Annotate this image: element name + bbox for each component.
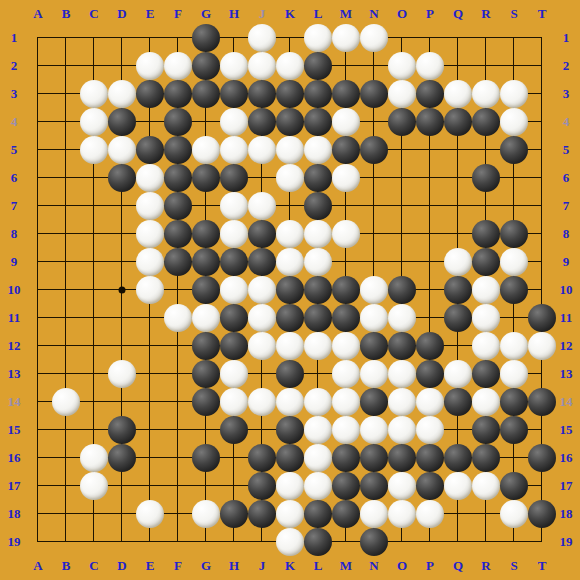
intersection-B12[interactable] <box>52 332 80 360</box>
intersection-G7[interactable] <box>192 192 220 220</box>
intersection-P13[interactable]: ● <box>416 360 444 388</box>
intersection-P3[interactable]: ● <box>416 80 444 108</box>
coordinate-label-left-8[interactable]: 8 <box>2 220 26 248</box>
intersection-A4[interactable] <box>24 108 52 136</box>
intersection-P1[interactable] <box>416 24 444 52</box>
intersection-C18[interactable] <box>80 500 108 528</box>
intersection-A19[interactable] <box>24 528 52 556</box>
intersection-L10[interactable]: ● <box>304 276 332 304</box>
intersection-F8[interactable]: ● <box>164 220 192 248</box>
intersection-O11[interactable]: ○ <box>388 304 416 332</box>
intersection-Q17[interactable]: ○ <box>444 472 472 500</box>
intersection-P11[interactable] <box>416 304 444 332</box>
intersection-D8[interactable] <box>108 220 136 248</box>
intersection-Q10[interactable]: ● <box>444 276 472 304</box>
intersection-N6[interactable] <box>360 164 388 192</box>
intersection-E12[interactable] <box>136 332 164 360</box>
intersection-J18[interactable]: ● <box>248 500 276 528</box>
intersection-P7[interactable] <box>416 192 444 220</box>
intersection-N10[interactable]: ○ <box>360 276 388 304</box>
coordinate-label-left-9[interactable]: 9 <box>2 248 26 276</box>
intersection-K13[interactable]: ● <box>276 360 304 388</box>
intersection-E15[interactable] <box>136 416 164 444</box>
coordinate-label-right-11[interactable]: 11 <box>554 304 578 332</box>
intersection-M16[interactable]: ● <box>332 444 360 472</box>
intersection-Q7[interactable] <box>444 192 472 220</box>
intersection-G19[interactable] <box>192 528 220 556</box>
intersection-C15[interactable] <box>80 416 108 444</box>
intersection-N14[interactable]: ● <box>360 388 388 416</box>
intersection-D3[interactable]: ○ <box>108 80 136 108</box>
intersection-P17[interactable]: ● <box>416 472 444 500</box>
coordinate-label-bottom-S[interactable]: S <box>500 552 528 580</box>
intersection-T17[interactable] <box>528 472 556 500</box>
intersection-N7[interactable] <box>360 192 388 220</box>
intersection-J2[interactable]: ○ <box>248 52 276 80</box>
intersection-J16[interactable]: ● <box>248 444 276 472</box>
intersection-B6[interactable] <box>52 164 80 192</box>
intersection-Q1[interactable] <box>444 24 472 52</box>
coordinate-label-left-1[interactable]: 1 <box>2 24 26 52</box>
coordinate-label-left-11[interactable]: 11 <box>2 304 26 332</box>
intersection-L9[interactable]: ○ <box>304 248 332 276</box>
intersection-A15[interactable] <box>24 416 52 444</box>
intersection-B2[interactable] <box>52 52 80 80</box>
intersection-L18[interactable]: ● <box>304 500 332 528</box>
intersection-E5[interactable]: ● <box>136 136 164 164</box>
intersection-N16[interactable]: ● <box>360 444 388 472</box>
intersection-L19[interactable]: ● <box>304 528 332 556</box>
intersection-M5[interactable]: ● <box>332 136 360 164</box>
intersection-K2[interactable]: ○ <box>276 52 304 80</box>
intersection-T13[interactable] <box>528 360 556 388</box>
coordinate-label-left-14[interactable]: 14 <box>2 388 26 416</box>
intersection-D9[interactable] <box>108 248 136 276</box>
intersection-S14[interactable]: ● <box>500 388 528 416</box>
intersection-R9[interactable]: ● <box>472 248 500 276</box>
intersection-J1[interactable]: ○ <box>248 24 276 52</box>
coordinate-label-right-12[interactable]: 12 <box>554 332 578 360</box>
intersection-D16[interactable]: ● <box>108 444 136 472</box>
intersection-A6[interactable] <box>24 164 52 192</box>
coordinate-label-bottom-A[interactable]: A <box>24 552 52 580</box>
intersection-S16[interactable] <box>500 444 528 472</box>
intersection-D15[interactable]: ● <box>108 416 136 444</box>
intersection-F14[interactable] <box>164 388 192 416</box>
intersection-M3[interactable]: ● <box>332 80 360 108</box>
intersection-E8[interactable]: ○ <box>136 220 164 248</box>
intersection-N9[interactable] <box>360 248 388 276</box>
intersection-C7[interactable] <box>80 192 108 220</box>
intersection-P4[interactable]: ● <box>416 108 444 136</box>
intersection-G2[interactable]: ● <box>192 52 220 80</box>
intersection-E10[interactable]: ○ <box>136 276 164 304</box>
intersection-O15[interactable]: ○ <box>388 416 416 444</box>
intersection-B7[interactable] <box>52 192 80 220</box>
intersection-M4[interactable]: ○ <box>332 108 360 136</box>
intersection-L4[interactable]: ● <box>304 108 332 136</box>
intersection-H1[interactable] <box>220 24 248 52</box>
intersection-O6[interactable] <box>388 164 416 192</box>
intersection-Q9[interactable]: ○ <box>444 248 472 276</box>
intersection-C4[interactable]: ○ <box>80 108 108 136</box>
intersection-F17[interactable] <box>164 472 192 500</box>
intersection-E16[interactable] <box>136 444 164 472</box>
coordinate-label-right-6[interactable]: 6 <box>554 164 578 192</box>
intersection-N18[interactable]: ○ <box>360 500 388 528</box>
intersection-Q19[interactable] <box>444 528 472 556</box>
intersection-C16[interactable]: ○ <box>80 444 108 472</box>
coordinate-label-right-1[interactable]: 1 <box>554 24 578 52</box>
intersection-F10[interactable] <box>164 276 192 304</box>
intersection-S11[interactable] <box>500 304 528 332</box>
intersection-O1[interactable] <box>388 24 416 52</box>
intersection-F2[interactable]: ○ <box>164 52 192 80</box>
intersection-O18[interactable]: ○ <box>388 500 416 528</box>
intersection-B9[interactable] <box>52 248 80 276</box>
intersection-K15[interactable]: ● <box>276 416 304 444</box>
intersection-S6[interactable] <box>500 164 528 192</box>
intersection-A18[interactable] <box>24 500 52 528</box>
intersection-Q5[interactable] <box>444 136 472 164</box>
intersection-E1[interactable] <box>136 24 164 52</box>
coordinate-label-bottom-J[interactable]: J <box>248 552 276 580</box>
intersection-R7[interactable] <box>472 192 500 220</box>
intersection-J17[interactable]: ● <box>248 472 276 500</box>
intersection-S8[interactable]: ● <box>500 220 528 248</box>
intersection-J19[interactable] <box>248 528 276 556</box>
intersection-G15[interactable] <box>192 416 220 444</box>
coordinate-label-bottom-P[interactable]: P <box>416 552 444 580</box>
intersection-A14[interactable] <box>24 388 52 416</box>
intersection-K11[interactable]: ● <box>276 304 304 332</box>
intersection-D13[interactable]: ○ <box>108 360 136 388</box>
intersection-H15[interactable]: ● <box>220 416 248 444</box>
intersection-Q13[interactable]: ○ <box>444 360 472 388</box>
intersection-H17[interactable] <box>220 472 248 500</box>
intersection-F16[interactable] <box>164 444 192 472</box>
intersection-D7[interactable] <box>108 192 136 220</box>
intersection-H8[interactable]: ○ <box>220 220 248 248</box>
intersection-M8[interactable]: ○ <box>332 220 360 248</box>
coordinate-label-right-9[interactable]: 9 <box>554 248 578 276</box>
intersection-T3[interactable] <box>528 80 556 108</box>
coordinate-label-left-13[interactable]: 13 <box>2 360 26 388</box>
intersection-M9[interactable] <box>332 248 360 276</box>
intersection-H13[interactable]: ○ <box>220 360 248 388</box>
intersection-L2[interactable]: ● <box>304 52 332 80</box>
intersection-Q8[interactable] <box>444 220 472 248</box>
intersection-R11[interactable]: ○ <box>472 304 500 332</box>
intersection-M17[interactable]: ● <box>332 472 360 500</box>
intersection-D12[interactable] <box>108 332 136 360</box>
intersection-R8[interactable]: ● <box>472 220 500 248</box>
intersection-B10[interactable] <box>52 276 80 304</box>
intersection-O2[interactable]: ○ <box>388 52 416 80</box>
intersection-M2[interactable] <box>332 52 360 80</box>
intersection-O8[interactable] <box>388 220 416 248</box>
intersection-G1[interactable]: ● <box>192 24 220 52</box>
intersection-H10[interactable]: ○ <box>220 276 248 304</box>
intersection-T6[interactable] <box>528 164 556 192</box>
intersection-R2[interactable] <box>472 52 500 80</box>
intersection-T5[interactable] <box>528 136 556 164</box>
intersection-L15[interactable]: ○ <box>304 416 332 444</box>
intersection-C2[interactable] <box>80 52 108 80</box>
intersection-D2[interactable] <box>108 52 136 80</box>
intersection-C12[interactable] <box>80 332 108 360</box>
intersection-D5[interactable]: ○ <box>108 136 136 164</box>
intersection-S15[interactable]: ● <box>500 416 528 444</box>
intersection-P6[interactable] <box>416 164 444 192</box>
coordinate-label-bottom-B[interactable]: B <box>52 552 80 580</box>
intersection-G12[interactable]: ● <box>192 332 220 360</box>
intersection-G14[interactable]: ● <box>192 388 220 416</box>
coordinate-label-bottom-L[interactable]: L <box>304 552 332 580</box>
intersection-R12[interactable]: ○ <box>472 332 500 360</box>
intersection-F6[interactable]: ● <box>164 164 192 192</box>
intersection-C8[interactable] <box>80 220 108 248</box>
coordinate-label-right-3[interactable]: 3 <box>554 80 578 108</box>
intersection-H2[interactable]: ○ <box>220 52 248 80</box>
intersection-C19[interactable] <box>80 528 108 556</box>
intersection-T4[interactable] <box>528 108 556 136</box>
intersection-S5[interactable]: ● <box>500 136 528 164</box>
intersection-G16[interactable]: ● <box>192 444 220 472</box>
intersection-N5[interactable]: ● <box>360 136 388 164</box>
intersection-K14[interactable]: ○ <box>276 388 304 416</box>
intersection-F18[interactable] <box>164 500 192 528</box>
intersection-L5[interactable]: ○ <box>304 136 332 164</box>
intersection-K6[interactable]: ○ <box>276 164 304 192</box>
intersection-G5[interactable]: ○ <box>192 136 220 164</box>
intersection-F1[interactable] <box>164 24 192 52</box>
intersection-L3[interactable]: ● <box>304 80 332 108</box>
intersection-M18[interactable]: ● <box>332 500 360 528</box>
intersection-G13[interactable]: ● <box>192 360 220 388</box>
intersection-N8[interactable] <box>360 220 388 248</box>
intersection-G11[interactable]: ○ <box>192 304 220 332</box>
intersection-D19[interactable] <box>108 528 136 556</box>
coordinate-label-right-19[interactable]: 19 <box>554 528 578 556</box>
intersection-P10[interactable] <box>416 276 444 304</box>
intersection-B18[interactable] <box>52 500 80 528</box>
intersection-G3[interactable]: ● <box>192 80 220 108</box>
intersection-F3[interactable]: ● <box>164 80 192 108</box>
coordinate-label-left-10[interactable]: 10 <box>2 276 26 304</box>
intersection-J13[interactable] <box>248 360 276 388</box>
intersection-N4[interactable] <box>360 108 388 136</box>
intersection-J8[interactable]: ● <box>248 220 276 248</box>
intersection-R5[interactable] <box>472 136 500 164</box>
intersection-B16[interactable] <box>52 444 80 472</box>
intersection-T8[interactable] <box>528 220 556 248</box>
intersection-C14[interactable] <box>80 388 108 416</box>
intersection-B13[interactable] <box>52 360 80 388</box>
coordinate-label-right-13[interactable]: 13 <box>554 360 578 388</box>
intersection-S1[interactable] <box>500 24 528 52</box>
intersection-G17[interactable] <box>192 472 220 500</box>
intersection-P18[interactable]: ○ <box>416 500 444 528</box>
intersection-Q4[interactable]: ● <box>444 108 472 136</box>
intersection-L7[interactable]: ● <box>304 192 332 220</box>
intersection-L13[interactable] <box>304 360 332 388</box>
intersection-R16[interactable]: ● <box>472 444 500 472</box>
coordinate-label-left-5[interactable]: 5 <box>2 136 26 164</box>
intersection-S19[interactable] <box>500 528 528 556</box>
intersection-D4[interactable]: ● <box>108 108 136 136</box>
coordinate-label-bottom-F[interactable]: F <box>164 552 192 580</box>
intersection-A9[interactable] <box>24 248 52 276</box>
intersection-N13[interactable]: ○ <box>360 360 388 388</box>
intersection-B15[interactable] <box>52 416 80 444</box>
coordinate-label-left-7[interactable]: 7 <box>2 192 26 220</box>
intersection-T18[interactable]: ● <box>528 500 556 528</box>
intersection-K7[interactable] <box>276 192 304 220</box>
intersection-Q2[interactable] <box>444 52 472 80</box>
intersection-H14[interactable]: ○ <box>220 388 248 416</box>
intersection-R14[interactable]: ○ <box>472 388 500 416</box>
intersection-K19[interactable]: ○ <box>276 528 304 556</box>
intersection-E18[interactable]: ○ <box>136 500 164 528</box>
intersection-F13[interactable] <box>164 360 192 388</box>
intersection-H7[interactable]: ○ <box>220 192 248 220</box>
intersection-J6[interactable] <box>248 164 276 192</box>
intersection-O7[interactable] <box>388 192 416 220</box>
coordinate-label-right-18[interactable]: 18 <box>554 500 578 528</box>
intersection-A10[interactable] <box>24 276 52 304</box>
intersection-K4[interactable]: ● <box>276 108 304 136</box>
intersection-A3[interactable] <box>24 80 52 108</box>
coordinate-label-bottom-N[interactable]: N <box>360 552 388 580</box>
intersection-B4[interactable] <box>52 108 80 136</box>
intersection-O17[interactable]: ○ <box>388 472 416 500</box>
intersection-E17[interactable] <box>136 472 164 500</box>
intersection-E3[interactable]: ● <box>136 80 164 108</box>
intersection-F5[interactable]: ● <box>164 136 192 164</box>
intersection-F12[interactable] <box>164 332 192 360</box>
intersection-J9[interactable]: ● <box>248 248 276 276</box>
coordinate-label-bottom-R[interactable]: R <box>472 552 500 580</box>
coordinate-label-right-2[interactable]: 2 <box>554 52 578 80</box>
intersection-P15[interactable]: ○ <box>416 416 444 444</box>
intersection-J11[interactable]: ○ <box>248 304 276 332</box>
intersection-O9[interactable] <box>388 248 416 276</box>
intersection-T16[interactable]: ● <box>528 444 556 472</box>
intersection-P9[interactable] <box>416 248 444 276</box>
intersection-F9[interactable]: ● <box>164 248 192 276</box>
coordinate-label-left-17[interactable]: 17 <box>2 472 26 500</box>
intersection-F15[interactable] <box>164 416 192 444</box>
coordinate-label-bottom-O[interactable]: O <box>388 552 416 580</box>
coordinate-label-left-6[interactable]: 6 <box>2 164 26 192</box>
coordinate-label-left-19[interactable]: 19 <box>2 528 26 556</box>
intersection-E4[interactable] <box>136 108 164 136</box>
intersection-A5[interactable] <box>24 136 52 164</box>
intersection-E11[interactable] <box>136 304 164 332</box>
intersection-M15[interactable]: ○ <box>332 416 360 444</box>
intersection-D18[interactable] <box>108 500 136 528</box>
intersection-H4[interactable]: ○ <box>220 108 248 136</box>
coordinate-label-bottom-G[interactable]: G <box>192 552 220 580</box>
intersection-O12[interactable]: ● <box>388 332 416 360</box>
intersection-T11[interactable]: ● <box>528 304 556 332</box>
coordinate-label-bottom-H[interactable]: H <box>220 552 248 580</box>
intersection-J5[interactable]: ○ <box>248 136 276 164</box>
intersection-C13[interactable] <box>80 360 108 388</box>
intersection-O3[interactable]: ○ <box>388 80 416 108</box>
intersection-J12[interactable]: ○ <box>248 332 276 360</box>
intersection-K12[interactable]: ○ <box>276 332 304 360</box>
intersection-L16[interactable]: ○ <box>304 444 332 472</box>
intersection-O10[interactable]: ● <box>388 276 416 304</box>
intersection-J14[interactable]: ○ <box>248 388 276 416</box>
intersection-T14[interactable]: ● <box>528 388 556 416</box>
intersection-E19[interactable] <box>136 528 164 556</box>
intersection-J10[interactable]: ○ <box>248 276 276 304</box>
intersection-C11[interactable] <box>80 304 108 332</box>
intersection-G9[interactable]: ● <box>192 248 220 276</box>
intersection-B11[interactable] <box>52 304 80 332</box>
intersection-M12[interactable]: ○ <box>332 332 360 360</box>
intersection-T2[interactable] <box>528 52 556 80</box>
intersection-C10[interactable] <box>80 276 108 304</box>
intersection-E9[interactable]: ○ <box>136 248 164 276</box>
intersection-T9[interactable] <box>528 248 556 276</box>
intersection-T12[interactable]: ○ <box>528 332 556 360</box>
intersection-H6[interactable]: ● <box>220 164 248 192</box>
intersection-S17[interactable]: ● <box>500 472 528 500</box>
intersection-H11[interactable]: ● <box>220 304 248 332</box>
intersection-N19[interactable]: ● <box>360 528 388 556</box>
intersection-E2[interactable]: ○ <box>136 52 164 80</box>
intersection-C3[interactable]: ○ <box>80 80 108 108</box>
intersection-Q14[interactable]: ● <box>444 388 472 416</box>
intersection-S4[interactable]: ○ <box>500 108 528 136</box>
intersection-A1[interactable] <box>24 24 52 52</box>
intersection-B17[interactable] <box>52 472 80 500</box>
intersection-A13[interactable] <box>24 360 52 388</box>
intersection-A2[interactable] <box>24 52 52 80</box>
intersection-P14[interactable]: ○ <box>416 388 444 416</box>
intersection-M14[interactable]: ○ <box>332 388 360 416</box>
intersection-L8[interactable]: ○ <box>304 220 332 248</box>
intersection-Q12[interactable] <box>444 332 472 360</box>
intersection-C5[interactable]: ○ <box>80 136 108 164</box>
coordinate-label-left-16[interactable]: 16 <box>2 444 26 472</box>
intersection-H9[interactable]: ● <box>220 248 248 276</box>
intersection-E13[interactable] <box>136 360 164 388</box>
coordinate-label-left-2[interactable]: 2 <box>2 52 26 80</box>
intersection-K3[interactable]: ● <box>276 80 304 108</box>
coordinate-label-bottom-E[interactable]: E <box>136 552 164 580</box>
intersection-O16[interactable]: ● <box>388 444 416 472</box>
intersection-N1[interactable]: ○ <box>360 24 388 52</box>
coordinate-label-left-4[interactable]: 4 <box>2 108 26 136</box>
intersection-Q6[interactable] <box>444 164 472 192</box>
intersection-S13[interactable]: ○ <box>500 360 528 388</box>
intersection-N11[interactable]: ○ <box>360 304 388 332</box>
intersection-S12[interactable]: ○ <box>500 332 528 360</box>
intersection-R13[interactable]: ● <box>472 360 500 388</box>
intersection-R18[interactable] <box>472 500 500 528</box>
coordinate-label-bottom-Q[interactable]: Q <box>444 552 472 580</box>
intersection-K8[interactable]: ○ <box>276 220 304 248</box>
intersection-N12[interactable]: ● <box>360 332 388 360</box>
intersection-S3[interactable]: ○ <box>500 80 528 108</box>
intersection-R3[interactable]: ○ <box>472 80 500 108</box>
intersection-O4[interactable]: ● <box>388 108 416 136</box>
